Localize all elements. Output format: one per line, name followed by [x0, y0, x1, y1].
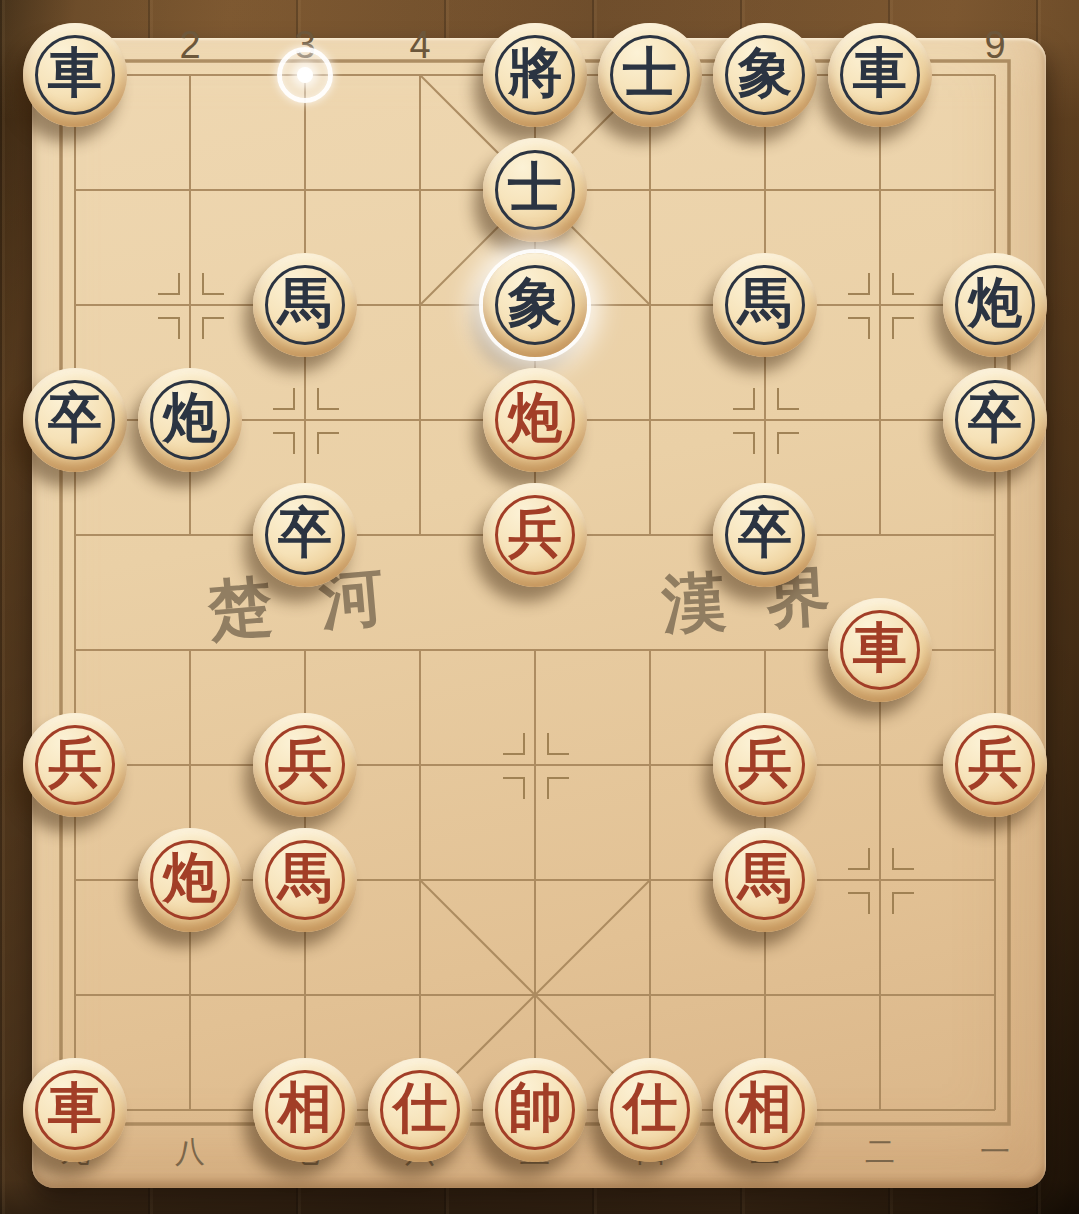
piece-glyph: 兵 — [508, 506, 562, 560]
piece-glyph: 卒 — [968, 391, 1022, 445]
piece-black-king[interactable]: 將 — [483, 23, 587, 127]
piece-black-soldier[interactable]: 卒 — [713, 483, 817, 587]
piece-red-advisor[interactable]: 仕 — [368, 1058, 472, 1162]
piece-black-horse[interactable]: 馬 — [713, 253, 817, 357]
piece-red-advisor[interactable]: 仕 — [598, 1058, 702, 1162]
piece-red-horse[interactable]: 馬 — [253, 828, 357, 932]
piece-glyph: 車 — [853, 621, 907, 675]
piece-glyph: 卒 — [738, 506, 792, 560]
piece-glyph: 馬 — [278, 276, 332, 330]
piece-black-cannon[interactable]: 炮 — [943, 253, 1047, 357]
file-label-top-9: 9 — [965, 24, 1025, 67]
piece-black-advisor[interactable]: 士 — [483, 138, 587, 242]
piece-glyph: 士 — [623, 46, 677, 100]
piece-red-soldier[interactable]: 兵 — [483, 483, 587, 587]
piece-glyph: 兵 — [278, 736, 332, 790]
piece-red-cannon[interactable]: 炮 — [483, 368, 587, 472]
piece-black-soldier[interactable]: 卒 — [943, 368, 1047, 472]
piece-red-horse[interactable]: 馬 — [713, 828, 817, 932]
piece-black-soldier[interactable]: 卒 — [23, 368, 127, 472]
piece-red-soldier[interactable]: 兵 — [253, 713, 357, 817]
piece-glyph: 仕 — [393, 1081, 447, 1135]
piece-glyph: 相 — [278, 1081, 332, 1135]
piece-black-soldier[interactable]: 卒 — [253, 483, 357, 587]
piece-glyph: 炮 — [508, 391, 562, 445]
piece-glyph: 兵 — [48, 736, 102, 790]
file-label-bottom-8: 二 — [850, 1132, 910, 1173]
piece-glyph: 炮 — [968, 276, 1022, 330]
piece-glyph: 仕 — [623, 1081, 677, 1135]
piece-black-cannon[interactable]: 炮 — [138, 368, 242, 472]
origin-marker-glow-dot — [297, 67, 313, 83]
piece-glyph: 帥 — [508, 1081, 562, 1135]
piece-glyph: 車 — [48, 46, 102, 100]
piece-glyph: 象 — [508, 276, 562, 330]
piece-black-elephant[interactable]: 象 — [483, 253, 587, 357]
piece-red-elephant[interactable]: 相 — [253, 1058, 357, 1162]
piece-glyph: 象 — [738, 46, 792, 100]
last-move-origin-marker — [277, 47, 333, 103]
piece-glyph: 車 — [853, 46, 907, 100]
piece-red-chariot[interactable]: 車 — [23, 1058, 127, 1162]
file-label-bottom-2: 八 — [160, 1132, 220, 1173]
piece-glyph: 士 — [508, 161, 562, 215]
piece-glyph: 炮 — [163, 391, 217, 445]
piece-red-soldier[interactable]: 兵 — [23, 713, 127, 817]
piece-glyph: 馬 — [738, 276, 792, 330]
piece-glyph: 相 — [738, 1081, 792, 1135]
piece-red-chariot[interactable]: 車 — [828, 598, 932, 702]
file-label-top-2: 2 — [160, 24, 220, 67]
piece-glyph: 馬 — [738, 851, 792, 905]
piece-red-elephant[interactable]: 相 — [713, 1058, 817, 1162]
file-label-top-4: 4 — [390, 24, 450, 67]
piece-black-chariot[interactable]: 車 — [828, 23, 932, 127]
piece-glyph: 炮 — [163, 851, 217, 905]
piece-glyph: 馬 — [278, 851, 332, 905]
piece-glyph: 將 — [508, 46, 562, 100]
piece-red-soldier[interactable]: 兵 — [713, 713, 817, 817]
piece-glyph: 卒 — [278, 506, 332, 560]
piece-red-cannon[interactable]: 炮 — [138, 828, 242, 932]
xiangqi-app: 楚河 漢界 123456789 九八七六五四三二一 車將士象車士馬象馬炮卒炮炮卒… — [0, 0, 1079, 1214]
piece-black-chariot[interactable]: 車 — [23, 23, 127, 127]
piece-glyph: 兵 — [738, 736, 792, 790]
file-label-bottom-9: 一 — [965, 1132, 1025, 1173]
piece-glyph: 卒 — [48, 391, 102, 445]
piece-glyph: 兵 — [968, 736, 1022, 790]
piece-red-soldier[interactable]: 兵 — [943, 713, 1047, 817]
piece-glyph: 車 — [48, 1081, 102, 1135]
piece-black-elephant[interactable]: 象 — [713, 23, 817, 127]
piece-black-advisor[interactable]: 士 — [598, 23, 702, 127]
piece-red-king[interactable]: 帥 — [483, 1058, 587, 1162]
piece-black-horse[interactable]: 馬 — [253, 253, 357, 357]
